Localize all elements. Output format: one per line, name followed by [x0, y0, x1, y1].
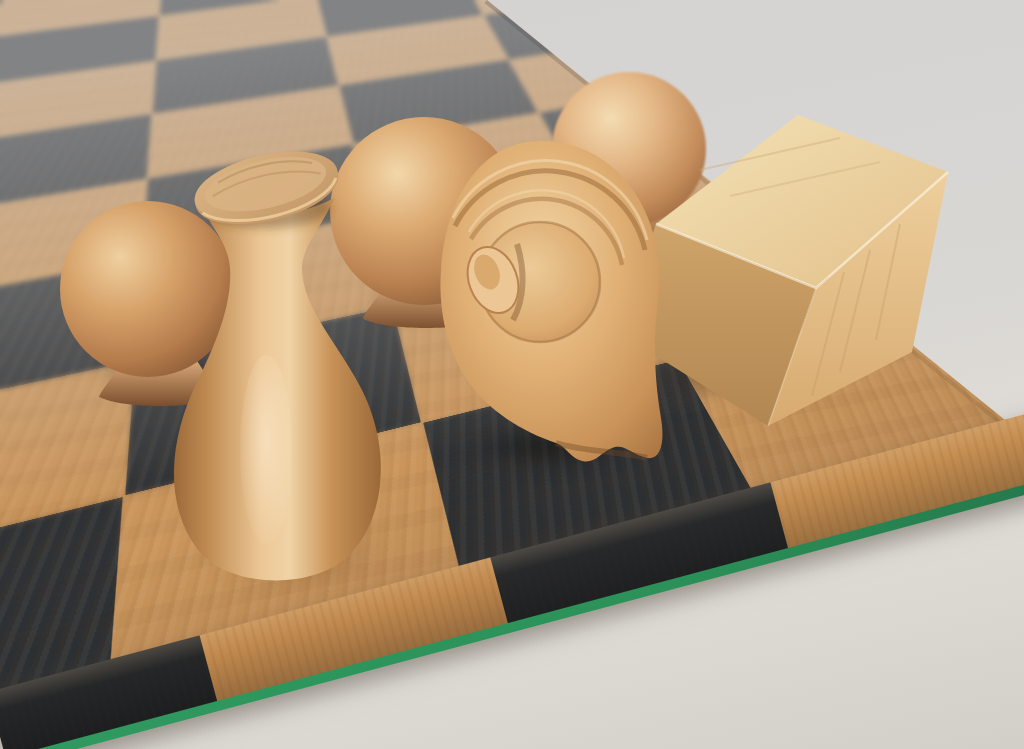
bishop-flask-f1[interactable] [150, 150, 410, 600]
board-scene [0, 0, 1024, 749]
knight-scroll-g1[interactable] [425, 130, 675, 480]
flask-sheen [240, 355, 292, 545]
square[interactable] [483, 0, 664, 60]
